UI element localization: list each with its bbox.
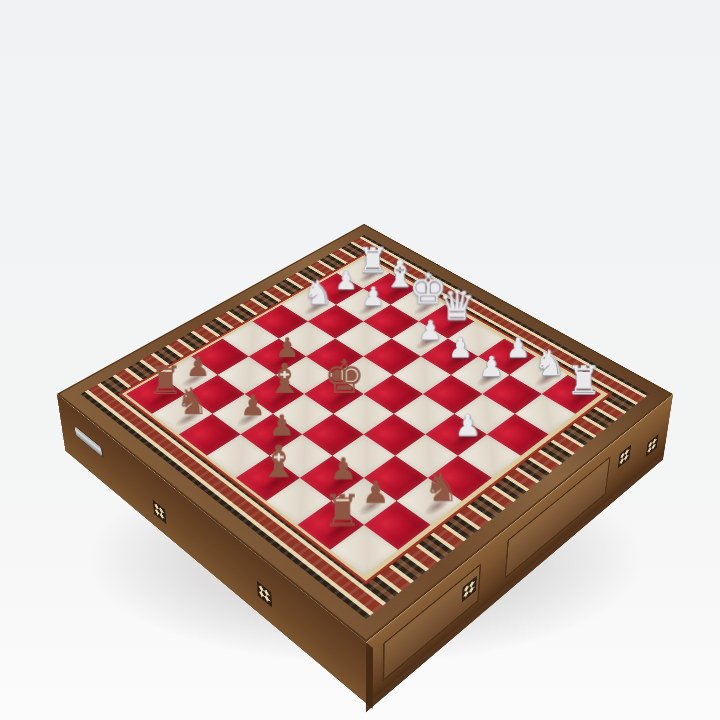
king-glyph: ♚ — [324, 354, 365, 400]
star-inlay — [646, 434, 659, 457]
star-inlay — [153, 499, 167, 524]
pawn-glyph: ♟ — [362, 477, 390, 508]
pawn-glyph: ♟ — [455, 412, 481, 441]
knight-glyph: ♞ — [176, 383, 209, 420]
knight-glyph: ♞ — [424, 468, 460, 508]
piece-silver-pawn-e2[interactable]: ♟ — [427, 414, 489, 456]
rook-glyph: ♜ — [323, 488, 362, 532]
product-photo-backdrop: ♜♟♞♝♟♚♛♟♟♟♟♞♜♟♜♟♞♟♝♟♟♚♝♟♟♜♞ — [0, 0, 720, 720]
chess-box: ♜♟♞♝♟♚♛♟♟♟♟♞♜♟♜♟♞♟♝♟♟♚♝♟♟♜♞ — [57, 224, 674, 643]
scene: ♜♟♞♝♟♚♛♟♟♟♟♞♜♟♜♟♞♟♝♟♟♚♝♟♟♜♞ — [0, 0, 720, 720]
rook-glyph: ♜ — [566, 361, 601, 400]
bishop-glyph: ♝ — [259, 440, 299, 484]
star-inlay — [257, 581, 272, 608]
star-inlay — [618, 445, 631, 469]
pawn-glyph: ♟ — [330, 455, 357, 485]
bishop-glyph: ♝ — [266, 359, 303, 400]
pawn-glyph: ♟ — [240, 391, 266, 420]
box-clasp-handle — [75, 426, 102, 457]
